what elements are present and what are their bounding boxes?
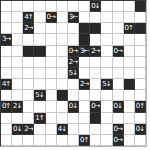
clue-cell-r12-c10: 0→	[113, 135, 124, 146]
empty-cell-r6-c9[interactable]	[101, 68, 112, 79]
clue-cell-r7-c9: 5↓	[101, 79, 112, 90]
empty-cell-r8-c12[interactable]	[135, 90, 146, 101]
empty-cell-r0-c3[interactable]	[34, 1, 45, 12]
empty-cell-r7-c8[interactable]	[90, 79, 101, 90]
empty-cell-r0-c5[interactable]	[57, 1, 68, 12]
clue-cell-r12-c7: 0↑	[79, 135, 90, 146]
empty-cell-r5-c2[interactable]	[23, 57, 34, 68]
empty-cell-r0-c7[interactable]	[79, 1, 90, 12]
empty-cell-r4-c12[interactable]	[135, 46, 146, 57]
empty-cell-r0-c1[interactable]	[12, 1, 23, 12]
empty-cell-r2-c5[interactable]	[57, 23, 68, 34]
empty-cell-r10-c10[interactable]	[113, 113, 124, 124]
empty-cell-r3-c6[interactable]	[68, 34, 79, 45]
empty-cell-r5-c4[interactable]	[46, 57, 57, 68]
clue-cell-r9-c1: 2↓	[12, 101, 23, 112]
empty-cell-r6-c3[interactable]	[34, 68, 45, 79]
clue-cell-r4-c7: 3←	[79, 46, 90, 57]
empty-cell-r11-c0[interactable]	[1, 124, 12, 135]
empty-cell-r5-c10[interactable]	[113, 57, 124, 68]
empty-cell-r9-c9[interactable]	[101, 101, 112, 112]
empty-cell-r1-c10[interactable]	[113, 12, 124, 23]
empty-cell-r9-c2[interactable]	[23, 101, 34, 112]
clue-cell-r10-c3: 1↑	[34, 113, 45, 124]
empty-cell-r5-c8[interactable]	[90, 57, 101, 68]
empty-cell-r5-c12[interactable]	[135, 57, 146, 68]
clue-cell-r1-c4: 0→	[46, 12, 57, 23]
empty-cell-r7-c10[interactable]	[113, 79, 124, 90]
empty-cell-r6-c2[interactable]	[23, 68, 34, 79]
clue-cell-r11-c10: 0→	[113, 124, 124, 135]
empty-cell-r5-c1[interactable]	[12, 57, 23, 68]
empty-cell-r1-c11[interactable]	[124, 12, 135, 23]
empty-cell-r5-c9[interactable]	[101, 57, 112, 68]
clue-cell-r5-c6: 2→	[68, 57, 79, 68]
clue-cell-r7-c7: 2→	[79, 79, 90, 90]
empty-cell-r8-c0[interactable]	[1, 90, 12, 101]
empty-cell-r12-c6[interactable]	[68, 135, 79, 146]
empty-cell-r0-c9[interactable]	[101, 1, 112, 12]
empty-cell-r11-c7[interactable]	[79, 124, 90, 135]
empty-cell-r10-c1[interactable]	[12, 113, 23, 124]
black-cell-r8-c5	[57, 90, 68, 101]
empty-cell-r7-c12[interactable]	[135, 79, 146, 90]
empty-cell-r6-c11[interactable]	[124, 68, 135, 79]
empty-cell-r1-c7[interactable]	[79, 12, 90, 23]
empty-cell-r10-c2[interactable]	[23, 113, 34, 124]
empty-cell-r5-c3[interactable]	[34, 57, 45, 68]
black-cell-r3-c7	[79, 34, 90, 45]
clue-cell-r0-c8: 0↓	[90, 1, 101, 12]
clue-cell-r11-c2: 2→	[23, 124, 34, 135]
empty-cell-r8-c11[interactable]	[124, 90, 135, 101]
empty-cell-r3-c2[interactable]	[23, 34, 34, 45]
empty-cell-r1-c5[interactable]	[57, 12, 68, 23]
empty-cell-r3-c9[interactable]	[101, 34, 112, 45]
empty-cell-r6-c4[interactable]	[46, 68, 57, 79]
clue-cell-r2-c2: 2→	[23, 23, 34, 34]
black-cell-r10-c8	[90, 113, 101, 124]
empty-cell-r3-c8[interactable]	[90, 34, 101, 45]
clue-cell-r9-c0: 0↑	[1, 101, 12, 112]
empty-cell-r12-c9[interactable]	[101, 135, 112, 146]
empty-cell-r6-c10[interactable]	[113, 68, 124, 79]
empty-cell-r8-c2[interactable]	[23, 90, 34, 101]
clue-cell-r2-c11: 0↑	[124, 23, 135, 34]
empty-cell-r3-c11[interactable]	[124, 34, 135, 45]
empty-cell-r3-c4[interactable]	[46, 34, 57, 45]
empty-cell-r5-c5[interactable]	[57, 57, 68, 68]
empty-cell-r10-c0[interactable]	[1, 113, 12, 124]
empty-cell-r7-c4[interactable]	[46, 79, 57, 90]
clue-cell-r9-c12: 0↑	[135, 101, 146, 112]
empty-cell-r10-c9[interactable]	[101, 113, 112, 124]
empty-cell-r4-c9[interactable]	[101, 46, 112, 57]
empty-cell-r1-c0[interactable]	[1, 12, 12, 23]
empty-cell-r3-c3[interactable]	[34, 34, 45, 45]
empty-cell-r1-c8[interactable]	[90, 12, 101, 23]
empty-cell-r2-c4[interactable]	[46, 23, 57, 34]
empty-cell-r1-c9[interactable]	[101, 12, 112, 23]
empty-cell-r5-c11[interactable]	[124, 57, 135, 68]
clue-cell-r4-c6: 0→	[68, 46, 79, 57]
empty-cell-r6-c1[interactable]	[12, 68, 23, 79]
empty-cell-r4-c0[interactable]	[1, 46, 12, 57]
empty-cell-r12-c3[interactable]	[34, 135, 45, 146]
empty-cell-r6-c5[interactable]	[57, 68, 68, 79]
empty-cell-r0-c6[interactable]	[68, 1, 79, 12]
empty-cell-r2-c1[interactable]	[12, 23, 23, 34]
empty-cell-r12-c1[interactable]	[12, 135, 23, 146]
empty-cell-r4-c4[interactable]	[46, 46, 57, 57]
black-cell-r2-c12	[135, 23, 146, 34]
clue-cell-r9-c10: 0↓	[113, 101, 124, 112]
clue-cell-r4-c8: 2→	[90, 46, 101, 57]
empty-cell-r11-c6[interactable]	[68, 124, 79, 135]
empty-cell-r3-c5[interactable]	[57, 34, 68, 45]
empty-cell-r8-c7[interactable]	[79, 90, 90, 101]
empty-cell-r11-c8[interactable]	[90, 124, 101, 135]
empty-cell-r10-c5[interactable]	[57, 113, 68, 124]
empty-cell-r8-c4[interactable]	[46, 90, 57, 101]
empty-cell-r11-c4[interactable]	[46, 124, 57, 135]
empty-cell-r7-c5[interactable]	[57, 79, 68, 90]
empty-cell-r4-c11[interactable]	[124, 46, 135, 57]
empty-cell-r11-c11[interactable]	[124, 124, 135, 135]
empty-cell-r12-c8[interactable]	[90, 135, 101, 146]
empty-cell-r10-c11[interactable]	[124, 113, 135, 124]
clue-cell-r11-c5: 4↓	[57, 124, 68, 135]
empty-cell-r8-c1[interactable]	[12, 90, 23, 101]
empty-cell-r12-c0[interactable]	[1, 135, 12, 146]
empty-cell-r9-c7[interactable]	[79, 101, 90, 112]
empty-cell-r4-c1[interactable]	[12, 46, 23, 57]
empty-cell-r5-c7[interactable]	[79, 57, 90, 68]
black-cell-r2-c8	[90, 23, 101, 34]
empty-cell-r8-c6[interactable]	[68, 90, 79, 101]
empty-cell-r6-c0[interactable]	[1, 68, 12, 79]
clue-cell-r3-c0: 3→	[1, 34, 12, 45]
empty-cell-r10-c6[interactable]	[68, 113, 79, 124]
empty-cell-r6-c8[interactable]	[90, 68, 101, 79]
empty-cell-r12-c4[interactable]	[46, 135, 57, 146]
empty-cell-r9-c11[interactable]	[124, 101, 135, 112]
empty-cell-r6-c12[interactable]	[135, 68, 146, 79]
empty-cell-r2-c6[interactable]	[68, 23, 79, 34]
empty-cell-r7-c2[interactable]	[23, 79, 34, 90]
empty-cell-r8-c8[interactable]	[90, 90, 101, 101]
empty-cell-r0-c4[interactable]	[46, 1, 57, 12]
clue-cell-r1-c6: 3←	[68, 12, 79, 23]
clue-cell-r4-c10: 0→	[113, 46, 124, 57]
empty-cell-r7-c3[interactable]	[34, 79, 45, 90]
black-cell-r4-c2	[23, 46, 34, 57]
empty-cell-r8-c9[interactable]	[101, 90, 112, 101]
clue-cell-r8-c3: 5↓	[34, 90, 45, 101]
clue-cell-r9-c6: 0↓	[68, 101, 79, 112]
empty-cell-r10-c7[interactable]	[79, 113, 90, 124]
black-cell-r0-c12	[135, 1, 146, 12]
empty-cell-r0-c0[interactable]	[1, 1, 12, 12]
empty-cell-r12-c5[interactable]	[57, 135, 68, 146]
empty-cell-r2-c3[interactable]	[34, 23, 45, 34]
empty-cell-r11-c9[interactable]	[101, 124, 112, 135]
empty-cell-r10-c4[interactable]	[46, 113, 57, 124]
empty-cell-r0-c10[interactable]	[113, 1, 124, 12]
empty-cell-r1-c1[interactable]	[12, 12, 23, 23]
black-cell-r4-c3	[34, 46, 45, 57]
empty-cell-r3-c10[interactable]	[113, 34, 124, 45]
empty-cell-r4-c5[interactable]	[57, 46, 68, 57]
empty-cell-r7-c1[interactable]	[12, 79, 23, 90]
clue-cell-r6-c6: 5↓	[68, 68, 79, 79]
clue-cell-r1-c2: 4↑	[23, 12, 34, 23]
empty-cell-r2-c9[interactable]	[101, 23, 112, 34]
empty-cell-r12-c11[interactable]	[124, 135, 135, 146]
empty-cell-r6-c7[interactable]	[79, 68, 90, 79]
empty-cell-r8-c10[interactable]	[113, 90, 124, 101]
black-cell-r2-c7	[79, 23, 90, 34]
clue-cell-r7-c0: 4↑	[1, 79, 12, 90]
clue-cell-r11-c1: 0↓	[12, 124, 23, 135]
clue-cell-r9-c8: 0→	[90, 101, 101, 112]
empty-cell-r9-c5[interactable]	[57, 101, 68, 112]
empty-cell-r5-c0[interactable]	[1, 57, 12, 68]
yajilin-board: 0↓4↑0→3←2→0↑3→0→3←2→0→2→5↓4↑2→5↓5↓0↑2↓0↓…	[0, 0, 147, 147]
empty-cell-r0-c2[interactable]	[23, 1, 34, 12]
empty-cell-r2-c10[interactable]	[113, 23, 124, 34]
empty-cell-r12-c12[interactable]	[135, 135, 146, 146]
clue-cell-r11-c12: 0↓	[135, 124, 146, 135]
black-cell-r7-c11	[124, 79, 135, 90]
empty-cell-r12-c2[interactable]	[23, 135, 34, 146]
empty-cell-r10-c12[interactable]	[135, 113, 146, 124]
empty-cell-r11-c3[interactable]	[34, 124, 45, 135]
empty-cell-r3-c1[interactable]	[12, 34, 23, 45]
empty-cell-r3-c12[interactable]	[135, 34, 146, 45]
empty-cell-r0-c11[interactable]	[124, 1, 135, 12]
empty-cell-r9-c3[interactable]	[34, 101, 45, 112]
empty-cell-r9-c4[interactable]	[46, 101, 57, 112]
empty-cell-r2-c0[interactable]	[1, 23, 12, 34]
empty-cell-r1-c3[interactable]	[34, 12, 45, 23]
empty-cell-r1-c12[interactable]	[135, 12, 146, 23]
empty-cell-r7-c6[interactable]	[68, 79, 79, 90]
